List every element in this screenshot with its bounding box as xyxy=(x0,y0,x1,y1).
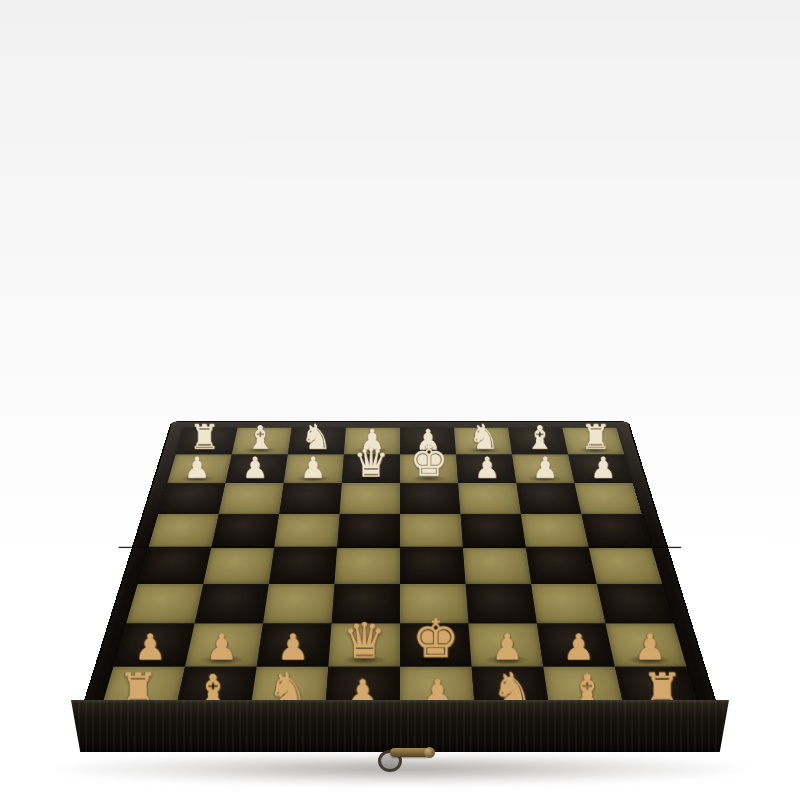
piece-shadow xyxy=(484,655,531,665)
piece-b7-cream-pawn: ♟ xyxy=(226,453,284,482)
square-b2: ♟ xyxy=(185,624,263,667)
square-e2: ♚ xyxy=(400,624,472,667)
board-3d-wrapper: ♜♝♞♟♟♞♝♜♟♟♟♛♚♟♟♟♟♟♟♛♚♟♟♟♜♝♞♟♟♞♝♜ xyxy=(78,82,722,726)
square-e7: ♚ xyxy=(400,454,458,483)
square-e4 xyxy=(400,548,466,584)
piece-h7-cream-pawn: ♟ xyxy=(574,453,632,482)
piece-b8-cream-bishop: ♝ xyxy=(232,421,288,453)
square-f4 xyxy=(463,548,531,584)
square-h6 xyxy=(575,483,642,514)
square-d5 xyxy=(337,514,400,547)
square-d7: ♛ xyxy=(342,454,400,483)
square-h7: ♟ xyxy=(568,454,633,483)
square-d2: ♛ xyxy=(328,624,400,667)
square-d3 xyxy=(332,584,400,624)
piece-e8-cream-pawn: ♟ xyxy=(400,426,456,454)
square-g3 xyxy=(531,584,605,624)
piece-shadow xyxy=(242,447,279,453)
square-g7: ♟ xyxy=(512,454,574,483)
square-g2: ♟ xyxy=(537,624,615,667)
piece-shadow xyxy=(466,447,502,453)
square-e8: ♟ xyxy=(400,428,456,455)
square-h3 xyxy=(597,584,674,624)
piece-shadow xyxy=(468,476,506,482)
piece-h2-tan-pawn: ♟ xyxy=(614,629,685,665)
square-b6 xyxy=(219,483,284,514)
folding-chess-box: ♜♝♞♟♟♞♝♜♟♟♟♛♚♟♟♟♟♟♟♛♚♟♟♟♜♝♞♟♟♞♝♜ xyxy=(78,422,722,726)
square-g5 xyxy=(521,514,589,547)
square-b8: ♝ xyxy=(232,428,292,455)
piece-c8-cream-knight: ♞ xyxy=(288,419,344,454)
square-h4 xyxy=(589,548,663,584)
square-a3 xyxy=(126,584,203,624)
square-d4 xyxy=(334,548,400,584)
square-g8: ♝ xyxy=(508,428,568,455)
square-e5 xyxy=(400,514,463,547)
square-b4 xyxy=(203,548,274,584)
piece-a2-tan-pawn: ♟ xyxy=(114,629,185,665)
piece-shadow xyxy=(410,447,446,453)
square-d6 xyxy=(340,483,400,514)
piece-shadow xyxy=(178,476,217,482)
piece-shadow xyxy=(236,476,274,482)
square-f6 xyxy=(458,483,521,514)
square-g6 xyxy=(516,483,581,514)
piece-c7-cream-pawn: ♟ xyxy=(284,453,342,482)
piece-shadow xyxy=(577,447,614,453)
piece-a7-cream-pawn: ♟ xyxy=(168,453,226,482)
piece-shadow xyxy=(198,655,245,665)
piece-g7-cream-pawn: ♟ xyxy=(516,453,574,482)
piece-g2-tan-pawn: ♟ xyxy=(543,629,614,665)
square-f5 xyxy=(460,514,525,547)
piece-shadow xyxy=(298,447,334,453)
square-f2: ♟ xyxy=(468,624,543,667)
square-h8: ♜ xyxy=(562,428,624,455)
piece-shadow xyxy=(554,655,601,665)
piece-shadow xyxy=(521,447,558,453)
square-a5 xyxy=(148,514,218,547)
chess-board: ♜♝♞♟♟♞♝♜♟♟♟♛♚♟♟♟♟♟♟♛♚♟♟♟♜♝♞♟♟♞♝♜ xyxy=(99,428,700,714)
piece-shadow xyxy=(354,447,390,453)
board-fold-seam xyxy=(118,547,681,549)
piece-f2-tan-pawn: ♟ xyxy=(471,629,542,665)
piece-c2-tan-pawn: ♟ xyxy=(257,629,328,665)
square-a8: ♜ xyxy=(176,428,238,455)
piece-shadow xyxy=(413,655,459,665)
piece-shadow xyxy=(127,655,175,665)
square-a6 xyxy=(158,483,225,514)
square-f8: ♞ xyxy=(454,428,512,455)
square-g4 xyxy=(526,548,597,584)
piece-shadow xyxy=(352,476,389,482)
piece-shadow xyxy=(270,655,317,665)
square-b7: ♟ xyxy=(225,454,287,483)
drop-shadow xyxy=(50,752,750,786)
piece-shadow xyxy=(410,476,447,482)
square-f3 xyxy=(466,584,537,624)
square-h2: ♟ xyxy=(605,624,686,667)
piece-b2-tan-pawn: ♟ xyxy=(186,629,257,665)
piece-shadow xyxy=(294,476,332,482)
square-f7: ♟ xyxy=(456,454,516,483)
piece-h8-cream-rook: ♜ xyxy=(568,420,624,454)
square-b3 xyxy=(195,584,269,624)
piece-shadow xyxy=(526,476,564,482)
square-c8: ♞ xyxy=(288,428,346,455)
square-c3 xyxy=(263,584,334,624)
piece-g8-cream-bishop: ♝ xyxy=(512,421,568,453)
square-e6 xyxy=(400,483,460,514)
square-c5 xyxy=(274,514,339,547)
square-a7: ♟ xyxy=(167,454,232,483)
piece-shadow xyxy=(341,655,387,665)
square-e3 xyxy=(400,584,468,624)
piece-a8-cream-rook: ♜ xyxy=(176,420,232,454)
piece-f7-cream-pawn: ♟ xyxy=(458,453,516,482)
square-d8: ♟ xyxy=(344,428,400,455)
square-c2: ♟ xyxy=(257,624,332,667)
square-c6 xyxy=(279,483,342,514)
square-a2: ♟ xyxy=(113,624,194,667)
piece-d8-cream-pawn: ♟ xyxy=(344,426,400,454)
square-h5 xyxy=(581,514,651,547)
piece-d2-tan-queen: ♛ xyxy=(329,616,400,665)
piece-shadow xyxy=(186,447,223,453)
square-c4 xyxy=(269,548,337,584)
piece-f8-cream-knight: ♞ xyxy=(456,419,512,454)
product-photo-scene: ♜♝♞♟♟♞♝♜♟♟♟♛♚♟♟♟♟♟♟♛♚♟♟♟♜♝♞♟♟♞♝♜ xyxy=(0,0,800,800)
square-b5 xyxy=(211,514,279,547)
square-a4 xyxy=(138,548,212,584)
piece-shadow xyxy=(625,655,673,665)
square-c7: ♟ xyxy=(284,454,344,483)
piece-shadow xyxy=(583,476,622,482)
